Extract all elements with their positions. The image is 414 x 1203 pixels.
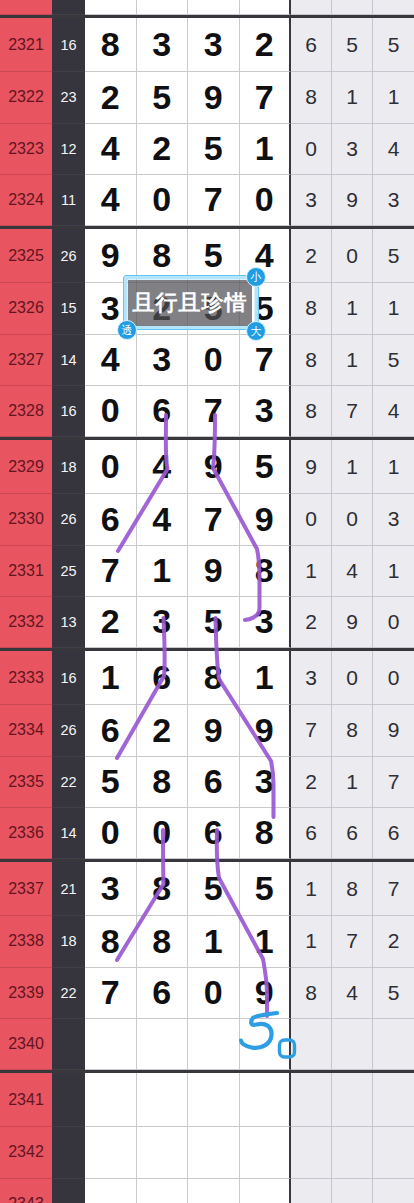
- digit-cell: [240, 1127, 292, 1178]
- digit-cell: 9: [188, 705, 240, 756]
- issue-cell: 2342: [0, 1127, 52, 1178]
- digit-cell: 3: [188, 18, 240, 72]
- digit-cell: 9: [240, 494, 292, 545]
- extra-cell: 0: [332, 651, 373, 705]
- digit-cell: 0: [188, 335, 240, 386]
- issue-cell: [0, 0, 52, 15]
- extra-cell: 8: [332, 705, 373, 756]
- extra-cell: [373, 1073, 414, 1127]
- extra-cell: 8: [291, 386, 332, 437]
- extra-cell: 0: [373, 651, 414, 705]
- sum-cell: 16: [52, 386, 85, 437]
- trend-row: 2339227609845: [0, 968, 414, 1019]
- digit-cell: 5: [85, 757, 137, 808]
- extra-cell: 3: [291, 651, 332, 705]
- digit-cell: 9: [188, 72, 240, 123]
- trend-row: 2342: [0, 1127, 414, 1178]
- issue-cell: 2334: [0, 705, 52, 756]
- issue-cell: 2327: [0, 335, 52, 386]
- digit-cell: 1: [85, 651, 137, 705]
- extra-cell: 3: [332, 124, 373, 175]
- digit-cell: [240, 1179, 292, 1203]
- digit-cell: 5: [137, 72, 189, 123]
- digit-cell: [240, 1019, 292, 1070]
- digit-cell: 0: [85, 386, 137, 437]
- digit-cell: 2: [85, 597, 137, 648]
- trend-row: 2322232597811: [0, 72, 414, 123]
- digit-cell: 3: [85, 862, 137, 916]
- digit-cell: 8: [85, 916, 137, 967]
- digit-cell: [85, 1073, 137, 1127]
- extra-cell: 7: [332, 916, 373, 967]
- issue-cell: 2324: [0, 175, 52, 226]
- extra-cell: 4: [373, 124, 414, 175]
- issue-cell: 2332: [0, 597, 52, 648]
- digit-cell: 3: [240, 757, 292, 808]
- digit-cell: 9: [240, 968, 292, 1019]
- digit-cell: 7: [240, 72, 292, 123]
- extra-cell: [291, 1127, 332, 1178]
- sum-cell: 26: [52, 229, 85, 283]
- digit-cell: 1: [240, 651, 292, 705]
- sum-cell: [52, 0, 85, 15]
- extra-cell: 2: [291, 229, 332, 283]
- extra-cell: 2: [291, 597, 332, 648]
- digit-cell: 5: [188, 597, 240, 648]
- digit-cell: [240, 1073, 292, 1127]
- digit-cell: 5: [240, 862, 292, 916]
- extra-cell: 6: [332, 808, 373, 859]
- sum-cell: 26: [52, 494, 85, 545]
- digit-cell: 6: [188, 757, 240, 808]
- extra-cell: 1: [332, 72, 373, 123]
- digit-cell: 1: [137, 546, 189, 597]
- extra-cell: [373, 1127, 414, 1178]
- extra-cell: 9: [373, 705, 414, 756]
- issue-cell: 2329: [0, 440, 52, 494]
- digit-cell: 8: [137, 757, 189, 808]
- extra-cell: 4: [332, 968, 373, 1019]
- digit-cell: [137, 1179, 189, 1203]
- digit-cell: 0: [137, 808, 189, 859]
- sum-cell: [52, 1179, 85, 1203]
- extra-cell: [332, 0, 373, 15]
- extra-cell: 4: [373, 386, 414, 437]
- digit-cell: 9: [188, 440, 240, 494]
- issue-cell: 2331: [0, 546, 52, 597]
- digit-cell: 6: [85, 705, 137, 756]
- trend-row-partial: [0, 0, 414, 15]
- extra-cell: 8: [291, 72, 332, 123]
- digit-cell: 6: [137, 968, 189, 1019]
- trend-row: 2327144307815: [0, 335, 414, 386]
- issue-cell: 2343: [0, 1179, 52, 1203]
- issue-cell: 2322: [0, 72, 52, 123]
- extra-cell: [332, 1127, 373, 1178]
- digit-cell: [85, 0, 137, 15]
- extra-cell: [373, 1019, 414, 1070]
- extra-cell: 1: [332, 335, 373, 386]
- digit-cell: 7: [188, 494, 240, 545]
- digit-cell: 0: [240, 175, 292, 226]
- sum-cell: [52, 1127, 85, 1178]
- extra-cell: [373, 0, 414, 15]
- issue-cell: 2328: [0, 386, 52, 437]
- digit-cell: 8: [85, 18, 137, 72]
- extra-cell: 0: [332, 229, 373, 283]
- issue-cell: 2337: [0, 862, 52, 916]
- digit-cell: [85, 1127, 137, 1178]
- digit-cell: 1: [188, 916, 240, 967]
- digit-cell: 3: [240, 597, 292, 648]
- extra-cell: [291, 0, 332, 15]
- issue-cell: 2338: [0, 916, 52, 967]
- trend-row: 2333161681300: [0, 648, 414, 705]
- digit-cell: 0: [85, 440, 137, 494]
- digit-cell: 8: [137, 862, 189, 916]
- lottery-trend-screen: 2321168332655232223259781123231242510342…: [0, 0, 414, 1203]
- sum-cell: 25: [52, 546, 85, 597]
- issue-cell: 2330: [0, 494, 52, 545]
- digit-cell: 0: [85, 808, 137, 859]
- extra-cell: 8: [332, 862, 373, 916]
- trend-row: 2343: [0, 1179, 414, 1203]
- digit-cell: [137, 1127, 189, 1178]
- digit-cell: 7: [188, 386, 240, 437]
- sum-cell: 23: [52, 72, 85, 123]
- extra-cell: 2: [373, 916, 414, 967]
- extra-cell: 8: [291, 283, 332, 334]
- extra-cell: [332, 1073, 373, 1127]
- issue-cell: 2336: [0, 808, 52, 859]
- extra-cell: 3: [291, 175, 332, 226]
- annotation-enlarge-handle[interactable]: 大: [246, 321, 266, 341]
- extra-cell: 1: [332, 283, 373, 334]
- trend-row: 2329180495911: [0, 437, 414, 494]
- digit-cell: 3: [240, 386, 292, 437]
- digit-cell: 4: [85, 335, 137, 386]
- sum-cell: 11: [52, 175, 85, 226]
- extra-cell: 8: [291, 968, 332, 1019]
- extra-cell: [373, 1179, 414, 1203]
- extra-cell: [332, 1179, 373, 1203]
- extra-cell: 1: [291, 916, 332, 967]
- digit-cell: 9: [188, 546, 240, 597]
- digit-cell: [137, 1019, 189, 1070]
- extra-cell: [291, 1179, 332, 1203]
- digit-cell: 7: [85, 968, 137, 1019]
- sum-cell: 16: [52, 18, 85, 72]
- extra-cell: 1: [291, 862, 332, 916]
- digit-cell: 0: [188, 968, 240, 1019]
- extra-cell: 7: [291, 705, 332, 756]
- trend-row: 2330266479003: [0, 494, 414, 545]
- extra-cell: 5: [332, 18, 373, 72]
- extra-cell: 0: [291, 494, 332, 545]
- digit-cell: 2: [85, 72, 137, 123]
- extra-cell: 1: [373, 440, 414, 494]
- annotation-text[interactable]: 且行且珍惜: [128, 280, 252, 326]
- issue-cell: 2333: [0, 651, 52, 705]
- digit-cell: [137, 1073, 189, 1127]
- trend-row: 2331257198141: [0, 546, 414, 597]
- annotation-shrink-handle[interactable]: 小: [246, 267, 266, 287]
- extra-cell: 6: [373, 808, 414, 859]
- digit-cell: 4: [85, 124, 137, 175]
- extra-cell: 1: [373, 546, 414, 597]
- digit-cell: 6: [137, 651, 189, 705]
- issue-cell: 2325: [0, 229, 52, 283]
- extra-cell: 2: [291, 757, 332, 808]
- digit-cell: 4: [85, 175, 137, 226]
- trend-row: 2323124251034: [0, 124, 414, 175]
- digit-cell: 8: [188, 651, 240, 705]
- extra-cell: 9: [332, 597, 373, 648]
- annotation-transparency-handle[interactable]: 透: [117, 320, 137, 340]
- sum-cell: 16: [52, 651, 85, 705]
- extra-cell: 7: [332, 386, 373, 437]
- extra-cell: 1: [332, 440, 373, 494]
- digit-cell: [188, 1179, 240, 1203]
- extra-cell: [291, 1073, 332, 1127]
- trend-row: 2328160673874: [0, 386, 414, 437]
- issue-cell: 2326: [0, 283, 52, 334]
- issue-cell: 2335: [0, 757, 52, 808]
- sum-cell: 18: [52, 440, 85, 494]
- extra-cell: 5: [373, 968, 414, 1019]
- digit-cell: [85, 1179, 137, 1203]
- sum-cell: 18: [52, 916, 85, 967]
- digit-cell: [188, 1127, 240, 1178]
- extra-cell: 5: [373, 18, 414, 72]
- sum-cell: 13: [52, 597, 85, 648]
- extra-cell: 7: [373, 757, 414, 808]
- digit-cell: 8: [137, 916, 189, 967]
- trend-row: 2336140068666: [0, 808, 414, 859]
- digit-cell: 8: [240, 808, 292, 859]
- digit-cell: 3: [137, 597, 189, 648]
- extra-cell: 0: [373, 597, 414, 648]
- extra-cell: 3: [373, 175, 414, 226]
- digit-cell: 5: [188, 862, 240, 916]
- trend-row: 2337213855187: [0, 859, 414, 916]
- digit-cell: 5: [188, 124, 240, 175]
- trend-row: 2340: [0, 1019, 414, 1070]
- trend-row: 2334266299789: [0, 705, 414, 756]
- extra-cell: 6: [291, 808, 332, 859]
- digit-cell: 4: [137, 494, 189, 545]
- extra-cell: 5: [373, 335, 414, 386]
- digit-cell: 4: [137, 440, 189, 494]
- sum-cell: 21: [52, 862, 85, 916]
- digit-cell: 2: [137, 124, 189, 175]
- trend-row: 2321168332655: [0, 15, 414, 72]
- extra-cell: 3: [373, 494, 414, 545]
- digit-cell: 1: [240, 124, 292, 175]
- sum-cell: 12: [52, 124, 85, 175]
- digit-cell: [188, 0, 240, 15]
- extra-cell: 0: [332, 494, 373, 545]
- extra-cell: 5: [373, 229, 414, 283]
- trend-row: 2341: [0, 1070, 414, 1127]
- digit-cell: [188, 1073, 240, 1127]
- digit-cell: 9: [240, 705, 292, 756]
- issue-cell: 2321: [0, 18, 52, 72]
- sum-cell: 14: [52, 808, 85, 859]
- extra-cell: [332, 1019, 373, 1070]
- sum-cell: 26: [52, 705, 85, 756]
- extra-cell: 1: [291, 546, 332, 597]
- sum-cell: [52, 1073, 85, 1127]
- digit-cell: 2: [240, 18, 292, 72]
- sum-cell: 15: [52, 283, 85, 334]
- extra-cell: 1: [373, 283, 414, 334]
- extra-cell: 9: [291, 440, 332, 494]
- extra-cell: 9: [332, 175, 373, 226]
- sum-cell: 22: [52, 757, 85, 808]
- trend-row: 2335225863217: [0, 757, 414, 808]
- trend-row: 2332132353290: [0, 597, 414, 648]
- digit-cell: [240, 0, 292, 15]
- extra-cell: 7: [373, 862, 414, 916]
- digit-cell: 1: [240, 916, 292, 967]
- digit-cell: 7: [85, 546, 137, 597]
- issue-cell: 2323: [0, 124, 52, 175]
- digit-cell: 6: [137, 386, 189, 437]
- extra-cell: [291, 1019, 332, 1070]
- digit-cell: 2: [137, 705, 189, 756]
- digit-cell: 3: [137, 18, 189, 72]
- trend-row: 2338188811172: [0, 916, 414, 967]
- sum-cell: 22: [52, 968, 85, 1019]
- digit-cell: [137, 0, 189, 15]
- digit-cell: 6: [188, 808, 240, 859]
- trend-grid: 2321168332655232223259781123231242510342…: [0, 0, 414, 1203]
- digit-cell: 0: [137, 175, 189, 226]
- issue-cell: 2341: [0, 1073, 52, 1127]
- extra-cell: 4: [332, 546, 373, 597]
- extra-cell: 0: [291, 124, 332, 175]
- digit-cell: 5: [240, 440, 292, 494]
- issue-cell: 2339: [0, 968, 52, 1019]
- digit-cell: 3: [137, 335, 189, 386]
- issue-cell: 2340: [0, 1019, 52, 1070]
- extra-cell: 6: [291, 18, 332, 72]
- digit-cell: 7: [240, 335, 292, 386]
- digit-cell: 7: [188, 175, 240, 226]
- digit-cell: 6: [85, 494, 137, 545]
- extra-cell: 1: [332, 757, 373, 808]
- digit-cell: [188, 1019, 240, 1070]
- trend-row: 2324114070393: [0, 175, 414, 226]
- sum-cell: [52, 1019, 85, 1070]
- digit-cell: 8: [240, 546, 292, 597]
- extra-cell: 1: [373, 72, 414, 123]
- extra-cell: 8: [291, 335, 332, 386]
- sum-cell: 14: [52, 335, 85, 386]
- digit-cell: [85, 1019, 137, 1070]
- annotation-box[interactable]: 且行且珍惜 小 透 大: [120, 271, 262, 333]
